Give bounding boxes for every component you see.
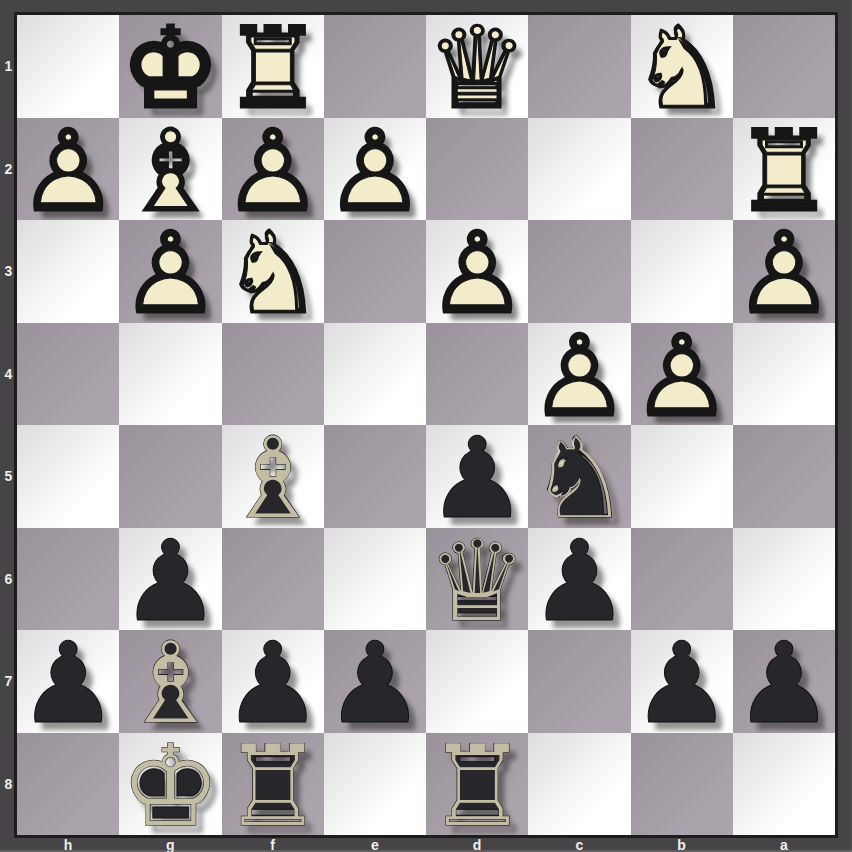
white-knight-outline: ♘	[222, 222, 324, 325]
white-pawn[interactable]: ♟♙	[222, 118, 324, 221]
square-b2[interactable]	[631, 118, 733, 221]
white-king[interactable]: ♚♔	[119, 15, 221, 118]
square-b6[interactable]	[631, 528, 733, 631]
white-knight[interactable]: ♞♘	[222, 220, 324, 323]
black-pawn-glyph: ♟	[426, 427, 528, 530]
square-d8[interactable]: ♜♖	[426, 733, 528, 836]
white-pawn[interactable]: ♟♙	[631, 323, 733, 426]
square-a5[interactable]	[733, 425, 835, 528]
file-labels: hgfedcba	[17, 838, 835, 852]
square-a4[interactable]	[733, 323, 835, 426]
rank-label-8: 8	[0, 733, 17, 836]
square-h2[interactable]: ♟♙	[17, 118, 119, 221]
white-pawn-outline: ♙	[528, 325, 630, 428]
square-d3[interactable]: ♟♙	[426, 220, 528, 323]
black-king-outline: ♔	[119, 735, 221, 838]
file-label-h: h	[17, 838, 119, 852]
black-queen[interactable]: ♛♕	[426, 528, 528, 631]
square-c6[interactable]: ♟	[528, 528, 630, 631]
white-pawn[interactable]: ♟♙	[426, 220, 528, 323]
square-e1[interactable]	[324, 15, 426, 118]
black-pawn-glyph: ♟	[119, 530, 221, 633]
square-c5[interactable]: ♞♘	[528, 425, 630, 528]
black-bishop-outline: ♗	[222, 427, 324, 530]
black-pawn-glyph: ♟	[733, 632, 835, 735]
square-a3[interactable]: ♟♙	[733, 220, 835, 323]
square-f8[interactable]: ♜♖	[222, 733, 324, 836]
square-d2[interactable]	[426, 118, 528, 221]
square-g2[interactable]: ♝♗	[119, 118, 221, 221]
square-h1[interactable]	[17, 15, 119, 118]
square-c7[interactable]	[528, 630, 630, 733]
black-rook[interactable]: ♜♖	[222, 733, 324, 836]
rank-label-3: 3	[0, 220, 17, 323]
white-pawn-outline: ♙	[426, 222, 528, 325]
black-bishop[interactable]: ♝♗	[119, 630, 221, 733]
black-knight[interactable]: ♞♘	[528, 425, 630, 528]
square-g1[interactable]: ♚♔	[119, 15, 221, 118]
black-bishop-outline: ♗	[119, 632, 221, 735]
file-label-c: c	[528, 838, 630, 852]
square-e7[interactable]: ♟	[324, 630, 426, 733]
white-king-outline: ♔	[119, 17, 221, 120]
white-rook-outline: ♖	[733, 120, 835, 223]
square-e3[interactable]	[324, 220, 426, 323]
black-bishop[interactable]: ♝♗	[222, 425, 324, 528]
black-pawn[interactable]: ♟	[119, 528, 221, 631]
white-pawn-outline: ♙	[17, 120, 119, 223]
square-h3[interactable]	[17, 220, 119, 323]
black-pawn[interactable]: ♟	[17, 630, 119, 733]
square-a8[interactable]	[733, 733, 835, 836]
white-knight[interactable]: ♞♘	[631, 15, 733, 118]
square-c8[interactable]	[528, 733, 630, 836]
square-e2[interactable]: ♟♙	[324, 118, 426, 221]
square-f2[interactable]: ♟♙	[222, 118, 324, 221]
rank-label-2: 2	[0, 118, 17, 221]
black-pawn[interactable]: ♟	[426, 425, 528, 528]
square-b8[interactable]	[631, 733, 733, 836]
square-f3[interactable]: ♞♘	[222, 220, 324, 323]
file-label-b: b	[631, 838, 733, 852]
white-pawn-outline: ♙	[119, 222, 221, 325]
rank-label-5: 5	[0, 425, 17, 528]
black-knight-outline: ♘	[528, 427, 630, 530]
square-f7[interactable]: ♟	[222, 630, 324, 733]
square-g3[interactable]: ♟♙	[119, 220, 221, 323]
white-pawn-outline: ♙	[222, 120, 324, 223]
file-label-a: a	[733, 838, 835, 852]
black-pawn-glyph: ♟	[222, 632, 324, 735]
black-king[interactable]: ♚♔	[119, 733, 221, 836]
square-b1[interactable]: ♞♘	[631, 15, 733, 118]
square-h8[interactable]	[17, 733, 119, 836]
square-f6[interactable]	[222, 528, 324, 631]
square-f1[interactable]: ♜♖	[222, 15, 324, 118]
black-rook-outline: ♖	[426, 735, 528, 838]
white-pawn[interactable]: ♟♙	[17, 118, 119, 221]
square-a2[interactable]: ♜♖	[733, 118, 835, 221]
file-label-d: d	[426, 838, 528, 852]
white-queen-outline: ♕	[426, 17, 528, 120]
square-a1[interactable]	[733, 15, 835, 118]
square-d4[interactable]	[426, 323, 528, 426]
rank-labels: 12345678	[0, 15, 17, 835]
black-queen-outline: ♕	[426, 530, 528, 633]
white-pawn[interactable]: ♟♙	[528, 323, 630, 426]
chess-board: ♚♔♜♖♛♕♞♘♟♙♝♗♟♙♟♙♜♖♟♙♞♘♟♙♟♙♟♙♟♙♝♗♟♞♘♟♛♕♟♟…	[17, 15, 835, 835]
black-rook-outline: ♖	[222, 735, 324, 838]
black-pawn-glyph: ♟	[17, 632, 119, 735]
black-pawn-glyph: ♟	[528, 530, 630, 633]
square-c2[interactable]	[528, 118, 630, 221]
white-bishop-outline: ♗	[119, 120, 221, 223]
square-b4[interactable]: ♟♙	[631, 323, 733, 426]
black-pawn[interactable]: ♟	[528, 528, 630, 631]
rank-label-7: 7	[0, 630, 17, 733]
square-h4[interactable]	[17, 323, 119, 426]
white-pawn-outline: ♙	[733, 222, 835, 325]
black-pawn-glyph: ♟	[631, 632, 733, 735]
black-rook[interactable]: ♜♖	[426, 733, 528, 836]
white-pawn[interactable]: ♟♙	[324, 118, 426, 221]
file-label-e: e	[324, 838, 426, 852]
square-f5[interactable]: ♝♗	[222, 425, 324, 528]
white-knight-outline: ♘	[631, 17, 733, 120]
rank-label-4: 4	[0, 323, 17, 426]
white-pawn[interactable]: ♟♙	[733, 220, 835, 323]
square-h5[interactable]	[17, 425, 119, 528]
square-a7[interactable]: ♟	[733, 630, 835, 733]
square-e5[interactable]	[324, 425, 426, 528]
white-pawn-outline: ♙	[631, 325, 733, 428]
white-rook[interactable]: ♜♖	[733, 118, 835, 221]
white-rook-outline: ♖	[222, 17, 324, 120]
white-pawn-outline: ♙	[324, 120, 426, 223]
file-label-f: f	[222, 838, 324, 852]
square-b5[interactable]	[631, 425, 733, 528]
black-pawn[interactable]: ♟	[222, 630, 324, 733]
white-rook[interactable]: ♜♖	[222, 15, 324, 118]
black-pawn[interactable]: ♟	[733, 630, 835, 733]
square-b3[interactable]	[631, 220, 733, 323]
rank-label-6: 6	[0, 528, 17, 631]
black-pawn-glyph: ♟	[324, 632, 426, 735]
black-pawn[interactable]: ♟	[324, 630, 426, 733]
square-c3[interactable]	[528, 220, 630, 323]
square-c1[interactable]	[528, 15, 630, 118]
white-queen[interactable]: ♛♕	[426, 15, 528, 118]
white-bishop[interactable]: ♝♗	[119, 118, 221, 221]
square-h7[interactable]: ♟	[17, 630, 119, 733]
square-e4[interactable]	[324, 323, 426, 426]
square-d7[interactable]	[426, 630, 528, 733]
rank-label-1: 1	[0, 15, 17, 118]
square-f4[interactable]	[222, 323, 324, 426]
square-g8[interactable]: ♚♔	[119, 733, 221, 836]
square-a6[interactable]	[733, 528, 835, 631]
square-e8[interactable]	[324, 733, 426, 836]
square-h6[interactable]	[17, 528, 119, 631]
square-c4[interactable]: ♟♙	[528, 323, 630, 426]
square-d6[interactable]: ♛♕	[426, 528, 528, 631]
square-b7[interactable]: ♟	[631, 630, 733, 733]
square-g5[interactable]	[119, 425, 221, 528]
black-pawn[interactable]: ♟	[631, 630, 733, 733]
square-g6[interactable]: ♟	[119, 528, 221, 631]
square-e6[interactable]	[324, 528, 426, 631]
square-g7[interactable]: ♝♗	[119, 630, 221, 733]
square-d5[interactable]: ♟	[426, 425, 528, 528]
file-label-g: g	[119, 838, 221, 852]
square-d1[interactable]: ♛♕	[426, 15, 528, 118]
white-pawn[interactable]: ♟♙	[119, 220, 221, 323]
square-g4[interactable]	[119, 323, 221, 426]
